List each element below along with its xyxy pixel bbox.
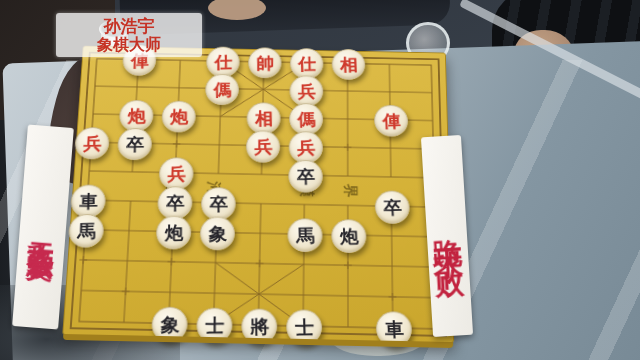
piece-label: 象: [160, 315, 179, 334]
right-banner-text: 跪求一败: [426, 215, 468, 257]
piece-label: 炮: [339, 227, 358, 245]
piece-label: 炮: [170, 108, 188, 125]
piece-black-將[interactable]: 將: [241, 308, 278, 344]
piece-label: 馬: [296, 226, 315, 244]
watermark-line2: 象棋大师: [97, 36, 161, 54]
piece-label: 炮: [127, 107, 145, 124]
piece-label: 仕: [298, 55, 316, 71]
piece-black-車[interactable]: 車: [376, 311, 412, 347]
piece-black-士[interactable]: 士: [196, 307, 233, 343]
piece-black-炮[interactable]: 炮: [331, 219, 366, 253]
piece-black-士[interactable]: 士: [286, 309, 322, 345]
piece-label: 帥: [256, 55, 274, 71]
piece-red-相[interactable]: 相: [332, 49, 366, 80]
piece-red-俥[interactable]: 俥: [374, 105, 408, 137]
watermark: 孙浩宇 象棋大师: [56, 13, 202, 57]
piece-label: 卒: [383, 198, 402, 216]
piece-label: 相: [255, 110, 273, 127]
piece-label: 相: [339, 56, 357, 72]
piece-label: 卒: [296, 167, 315, 184]
piece-label: 士: [294, 318, 313, 337]
left-banner-text: 无敌多么寂寞: [25, 220, 62, 235]
piece-label: 兵: [254, 138, 272, 155]
watermark-line1: 孙浩宇: [104, 16, 155, 36]
piece-black-象[interactable]: 象: [151, 306, 188, 342]
piece-label: 兵: [83, 135, 102, 152]
piece-label: 傌: [297, 111, 315, 128]
piece-label: 卒: [166, 194, 184, 212]
piece-label: 兵: [297, 83, 315, 100]
piece-black-馬[interactable]: 馬: [287, 218, 322, 252]
piece-label: 將: [250, 317, 269, 336]
piece-label: 俥: [382, 112, 401, 129]
piece-label: 仕: [214, 54, 232, 70]
piece-black-卒[interactable]: 卒: [288, 160, 323, 193]
scene: 楚 河 漢 界 俥仕帥仕相傌兵炮炮相傌俥兵兵兵兵卒卒車卒卒卒馬炮象馬炮象士將士車…: [0, 0, 640, 360]
piece-label: 車: [384, 320, 404, 339]
piece-label: 兵: [167, 165, 185, 182]
river-char-jie: 界: [341, 181, 360, 200]
piece-label: 傌: [213, 81, 231, 98]
piece-label: 炮: [164, 224, 183, 242]
piece-label: 車: [79, 192, 98, 210]
piece-label: 象: [208, 224, 227, 242]
piece-label: 士: [205, 316, 224, 335]
xiangqi-board: 楚 河 漢 界 俥仕帥仕相傌兵炮炮相傌俥兵兵兵兵卒卒車卒卒卒馬炮象馬炮象士將士車: [62, 46, 454, 343]
piece-label: 馬: [77, 222, 96, 240]
piece-label: 兵: [297, 139, 316, 156]
piece-label: 卒: [126, 135, 144, 152]
piece-label: 卒: [209, 195, 227, 213]
piece-black-卒[interactable]: 卒: [375, 190, 410, 224]
